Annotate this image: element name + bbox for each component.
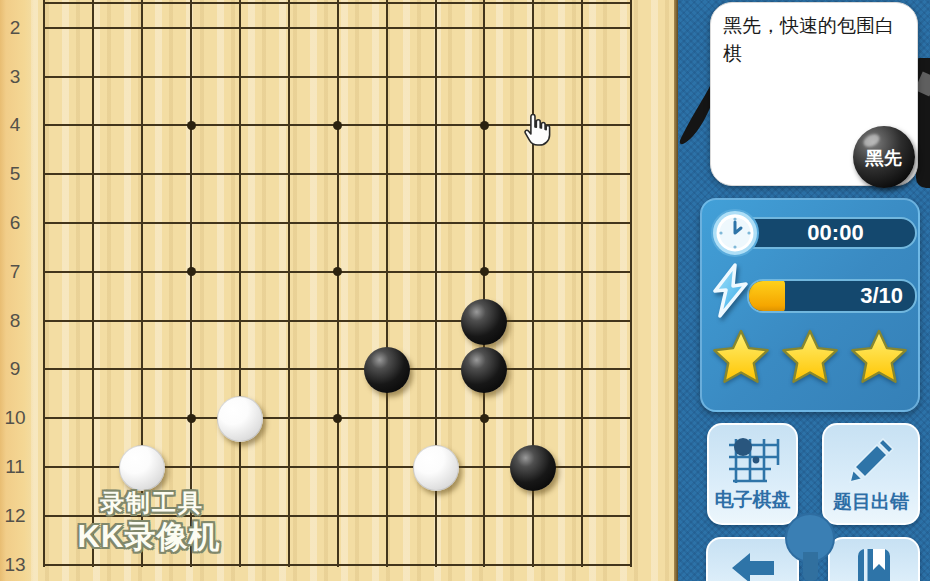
instruction-text: 黑先，快速的包围白棋: [711, 3, 917, 77]
row-label: 4: [1, 114, 29, 136]
mouse-cursor-hand: [521, 114, 551, 148]
star-point: [333, 414, 342, 423]
row-label: 10: [1, 407, 29, 429]
watermark-line2: KK录像机: [78, 516, 221, 558]
go-board-icon: [725, 435, 781, 485]
white-stone: [217, 396, 263, 442]
grid-line-vertical: [337, 0, 339, 567]
grid-line-horizontal: [43, 2, 632, 4]
grid-line-vertical: [288, 0, 290, 567]
grid-line-vertical: [630, 0, 632, 567]
electronic-board-button[interactable]: 电子棋盘: [707, 423, 798, 525]
black-stone: [461, 299, 507, 345]
bookmark-button[interactable]: [828, 537, 920, 581]
row-label: 6: [1, 212, 29, 234]
electronic-board-label: 电子棋盘: [715, 487, 791, 513]
star-point: [480, 414, 489, 423]
stars-rating: [702, 328, 918, 386]
grid-line-horizontal: [43, 368, 632, 370]
grid-line-vertical: [190, 0, 192, 567]
row-label: 2: [1, 17, 29, 39]
progress-label: 3/10: [860, 283, 903, 308]
grid-line-horizontal: [43, 76, 632, 78]
row-label: 9: [1, 358, 29, 380]
grid-line-vertical: [239, 0, 241, 567]
star-point: [187, 267, 196, 276]
white-stone: [413, 445, 459, 491]
app-window: 2345678910111213录制工具KK录像机 黑先，快速的包围白棋 黑先 …: [0, 0, 930, 581]
watermark-line1: 录制工具: [100, 487, 204, 519]
grid-line-vertical: [483, 0, 485, 567]
star-point: [480, 267, 489, 276]
row-label: 7: [1, 261, 29, 283]
black-stone: [461, 347, 507, 393]
grid-line-vertical: [92, 0, 94, 567]
black-stone: [510, 445, 556, 491]
star-point: [480, 121, 489, 130]
star-point: [187, 414, 196, 423]
sidebar: 黑先，快速的包围白棋 黑先 00:00 3/10: [678, 0, 930, 581]
problem-error-label: 题目出错: [833, 489, 909, 515]
progress-bar: 3/10: [747, 279, 917, 313]
lightning-icon: [708, 262, 752, 320]
grid-line-vertical: [386, 0, 388, 567]
timer-value: 00:00: [807, 220, 863, 245]
problem-error-button[interactable]: 题目出错: [822, 423, 920, 525]
row-label: 8: [1, 310, 29, 332]
star-icon: [849, 328, 909, 386]
row-label: 12: [1, 505, 29, 527]
star-point: [187, 121, 196, 130]
black-to-move-badge: 黑先: [853, 126, 915, 188]
progress-fill: [748, 280, 785, 312]
bookmark-icon: [853, 547, 895, 581]
star-point: [333, 121, 342, 130]
star-icon: [780, 328, 840, 386]
nav-connector-stem: [803, 552, 818, 581]
grid-line-vertical: [581, 0, 583, 567]
black-stone: [364, 347, 410, 393]
badge-label: 黑先: [853, 146, 915, 170]
star-icon: [711, 328, 771, 386]
pencil-icon: [845, 435, 897, 487]
grid-line-horizontal: [43, 320, 632, 322]
go-board[interactable]: 2345678910111213录制工具KK录像机: [0, 0, 675, 581]
grid-line-horizontal: [43, 27, 632, 29]
row-label: 13: [1, 554, 29, 576]
grid-line-vertical: [43, 0, 45, 567]
clock-icon: [710, 208, 760, 258]
white-stone: [119, 445, 165, 491]
row-label: 11: [1, 456, 29, 478]
grid-line-horizontal: [43, 173, 632, 175]
row-label: 3: [1, 66, 29, 88]
grid-line-horizontal: [43, 222, 632, 224]
back-arrow-icon: [730, 551, 776, 581]
star-point: [333, 267, 342, 276]
grid-line-horizontal: [43, 564, 632, 566]
stats-panel: 00:00 3/10: [700, 198, 920, 412]
row-label: 5: [1, 163, 29, 185]
penguin-body: [916, 58, 930, 188]
